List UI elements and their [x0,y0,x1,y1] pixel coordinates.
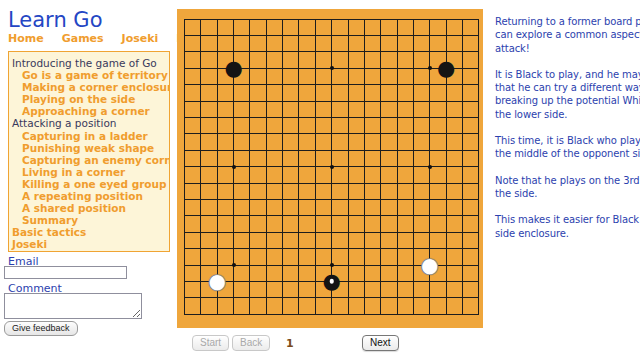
sidebar-item: Attacking a position [9,117,169,129]
grid-line [413,19,414,315]
email-field[interactable] [4,266,127,279]
sidebar-item[interactable]: Playing on the side [9,93,169,105]
white-stone: ● [420,255,440,275]
grid-line [184,314,479,315]
grid-line [397,19,398,315]
sidebar-item[interactable]: Killing a one eyed group [9,178,169,190]
sidebar-item: Introducing the game of Go [9,57,169,69]
grid-line [348,19,349,315]
lesson-paragraph: Note that he plays on the 3rd lin the si… [495,174,640,201]
lesson-sidebar: Introducing the game of GoGo is a game o… [8,51,170,252]
nav-games[interactable]: Games [62,32,104,45]
comment-field[interactable] [4,293,142,319]
star-point [428,165,432,169]
lesson-paragraph: This time, it is Black who plays p the m… [495,134,640,161]
star-point [232,263,236,267]
sidebar-item[interactable]: Living in a corner [9,166,169,178]
lesson-paragraph: It is Black to play, and he may co that … [495,68,640,121]
star-point [232,165,236,169]
grid-line [184,199,479,200]
black-stone: ● [436,58,456,78]
grid-line [184,215,479,216]
sidebar-item[interactable]: A shared position [9,202,169,214]
next-button[interactable]: Next [362,335,399,351]
sidebar-item[interactable]: Capturing in a ladder [9,130,169,142]
sidebar-item[interactable]: Go is a game of territory [9,69,169,81]
grid-line [184,248,479,249]
back-button[interactable]: Back [232,335,270,351]
grid-line [184,297,479,298]
grid-line [478,19,479,315]
nav-home[interactable]: Home [8,32,44,45]
sidebar-item[interactable]: Capturing an enemy corner [9,154,169,166]
sidebar-item[interactable]: Joseki [9,238,169,250]
star-point [330,263,334,267]
star-point [428,66,432,70]
grid-line [184,183,479,184]
grid-line [184,232,479,233]
star-point [330,165,334,169]
sidebar-item[interactable]: A repeating position [9,190,169,202]
sidebar-item[interactable]: Basic tactics [9,226,169,238]
sidebar-item[interactable]: Approaching a corner [9,105,169,117]
sidebar-item[interactable]: Summary [9,214,169,226]
start-button[interactable]: Start [192,335,229,351]
grid-line [364,19,365,315]
move-number: 1 [286,337,294,350]
lesson-paragraph: This makes it easier for Black to side e… [495,213,640,240]
grid-line [380,19,381,315]
grid-line [462,19,463,315]
lesson-paragraph: Returning to a former board posi can exp… [495,15,640,55]
give-feedback-button[interactable]: Give feedback [4,321,78,336]
black-stone: ● [224,58,244,78]
sidebar-item[interactable]: Punishing weak shape [9,142,169,154]
black-stone: ● [322,271,342,291]
go-board: ●●●●● [177,9,483,328]
nav-joseki[interactable]: Joseki [122,32,159,45]
site-title: Learn Go [8,8,103,32]
sidebar-item[interactable]: Making a corner enclosure [9,81,169,93]
lesson-text: Returning to a former board posi can exp… [495,15,640,253]
star-point [330,66,334,70]
last-move-marker [329,279,334,284]
white-stone: ● [207,271,227,291]
